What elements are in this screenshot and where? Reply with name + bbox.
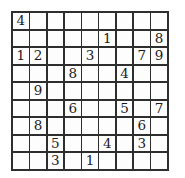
- cell-r5c7[interactable]: [117, 83, 133, 99]
- cell-r3c8[interactable]: 7: [134, 48, 150, 64]
- cell-r7c5[interactable]: [82, 118, 98, 134]
- cell-r5c8[interactable]: [134, 83, 150, 99]
- cell-r4c9[interactable]: [151, 66, 167, 82]
- cell-r6c4[interactable]: 6: [65, 101, 81, 117]
- cell-r6c6[interactable]: [99, 101, 115, 117]
- cell-r8c2[interactable]: [30, 136, 46, 152]
- cell-r1c9[interactable]: [151, 13, 167, 29]
- cell-r5c5[interactable]: [82, 83, 98, 99]
- cell-r2c8[interactable]: [134, 31, 150, 47]
- cell-r8c8[interactable]: 3: [134, 136, 150, 152]
- cell-r2c4[interactable]: [65, 31, 81, 47]
- cell-r5c4[interactable]: [65, 83, 81, 99]
- cell-r3c7[interactable]: [117, 48, 133, 64]
- cell-r9c1[interactable]: [13, 153, 29, 169]
- cell-r5c9[interactable]: [151, 83, 167, 99]
- cell-r7c9[interactable]: [151, 118, 167, 134]
- cell-r5c6[interactable]: [99, 83, 115, 99]
- cell-r2c1[interactable]: [13, 31, 29, 47]
- cell-r7c7[interactable]: [117, 118, 133, 134]
- cell-r4c3[interactable]: [48, 66, 64, 82]
- cell-r1c5[interactable]: [82, 13, 98, 29]
- cell-r8c9[interactable]: [151, 136, 167, 152]
- cell-r9c9[interactable]: [151, 153, 167, 169]
- cell-r3c5[interactable]: 3: [82, 48, 98, 64]
- cell-r3c4[interactable]: [65, 48, 81, 64]
- cell-r5c2[interactable]: 9: [30, 83, 46, 99]
- cell-r3c6[interactable]: [99, 48, 115, 64]
- cell-r8c3[interactable]: 5: [48, 136, 64, 152]
- cell-r6c3[interactable]: [48, 101, 64, 117]
- cell-r3c3[interactable]: [48, 48, 64, 64]
- cell-r1c3[interactable]: [48, 13, 64, 29]
- cell-r3c1[interactable]: 1: [13, 48, 29, 64]
- cell-r5c1[interactable]: [13, 83, 29, 99]
- cell-r1c1[interactable]: 4: [13, 13, 29, 29]
- cell-r6c7[interactable]: 5: [117, 101, 133, 117]
- cell-r6c5[interactable]: [82, 101, 98, 117]
- cell-r6c1[interactable]: [13, 101, 29, 117]
- cell-r1c6[interactable]: [99, 13, 115, 29]
- cell-r7c1[interactable]: [13, 118, 29, 134]
- cell-r9c4[interactable]: [65, 153, 81, 169]
- cell-r1c8[interactable]: [134, 13, 150, 29]
- cell-r6c8[interactable]: [134, 101, 150, 117]
- cell-r4c2[interactable]: [30, 66, 46, 82]
- cell-r7c2[interactable]: 8: [30, 118, 46, 134]
- cell-r7c4[interactable]: [65, 118, 81, 134]
- cell-r9c8[interactable]: [134, 153, 150, 169]
- cell-r2c9[interactable]: 8: [151, 31, 167, 47]
- cell-r4c7[interactable]: 4: [117, 66, 133, 82]
- cell-r3c2[interactable]: 2: [30, 48, 46, 64]
- cell-r3c9[interactable]: 9: [151, 48, 167, 64]
- cell-r7c3[interactable]: [48, 118, 64, 134]
- sudoku-board: 418123798496578654331: [11, 11, 169, 171]
- cell-r2c3[interactable]: [48, 31, 64, 47]
- cell-r9c7[interactable]: [117, 153, 133, 169]
- cell-r2c2[interactable]: [30, 31, 46, 47]
- cell-r8c1[interactable]: [13, 136, 29, 152]
- cell-r4c4[interactable]: 8: [65, 66, 81, 82]
- cell-r2c6[interactable]: 1: [99, 31, 115, 47]
- cell-r4c8[interactable]: [134, 66, 150, 82]
- cell-r8c6[interactable]: 4: [99, 136, 115, 152]
- cell-r4c1[interactable]: [13, 66, 29, 82]
- cell-r9c3[interactable]: 3: [48, 153, 64, 169]
- cell-r9c6[interactable]: [99, 153, 115, 169]
- cell-r8c4[interactable]: [65, 136, 81, 152]
- cell-r1c4[interactable]: [65, 13, 81, 29]
- cell-r8c7[interactable]: [117, 136, 133, 152]
- cell-r4c6[interactable]: [99, 66, 115, 82]
- cell-r1c7[interactable]: [117, 13, 133, 29]
- cell-r1c2[interactable]: [30, 13, 46, 29]
- cell-r2c7[interactable]: [117, 31, 133, 47]
- cell-r8c5[interactable]: [82, 136, 98, 152]
- cell-r6c2[interactable]: [30, 101, 46, 117]
- cell-r7c8[interactable]: 6: [134, 118, 150, 134]
- cell-r9c5[interactable]: 1: [82, 153, 98, 169]
- cell-r4c5[interactable]: [82, 66, 98, 82]
- cell-r7c6[interactable]: [99, 118, 115, 134]
- cell-r5c3[interactable]: [48, 83, 64, 99]
- cell-r2c5[interactable]: [82, 31, 98, 47]
- cell-r6c9[interactable]: 7: [151, 101, 167, 117]
- cell-r9c2[interactable]: [30, 153, 46, 169]
